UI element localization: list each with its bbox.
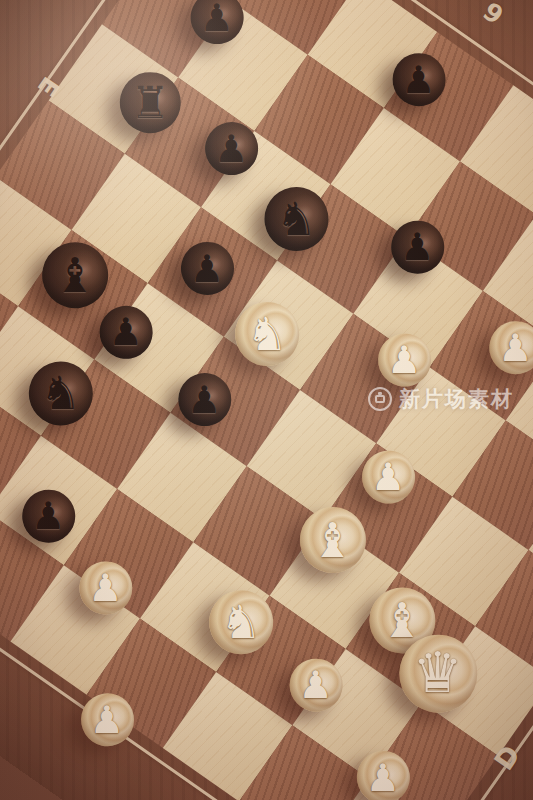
pawn-glyph: ♟ [91,701,125,739]
bishop-glyph: ♝ [381,596,424,644]
knight-glyph: ♞ [246,310,287,356]
pawn-glyph: ♟ [109,313,143,351]
pawn-glyph: ♟ [402,61,436,99]
pawn-glyph: ♟ [190,249,224,287]
rook-glyph: ♜ [131,81,170,125]
pawn-glyph: ♟ [388,341,422,379]
chess-photo: ♟♜♟♟♞♟♟♝♟♟♞♟♞♟♟♟♝♞♝♟♛♟♟♟ E 6 D 新片场素材 [0,0,533,800]
pawn-glyph: ♟ [299,666,333,704]
chess-board: ♟♜♟♟♞♟♟♝♟♟♞♟♞♟♟♟♝♞♝♟♛♟♟♟ [0,0,533,800]
pawn-glyph: ♟ [401,228,435,266]
knight-glyph: ♞ [220,599,261,645]
pawn-glyph: ♟ [366,758,400,796]
pawn-glyph: ♟ [499,329,533,367]
pawn-glyph: ♟ [215,130,249,168]
pawn-glyph: ♟ [200,0,234,37]
bishop-glyph: ♝ [311,515,354,563]
bishop-glyph: ♝ [53,251,96,299]
pawn-glyph: ♟ [32,497,66,535]
pawn-glyph: ♟ [89,569,123,607]
pawn-glyph: ♟ [188,381,222,419]
knight-glyph: ♞ [40,370,81,416]
knight-glyph: ♞ [276,195,317,241]
pawn-glyph: ♟ [372,458,406,496]
queen-glyph: ♛ [413,645,463,701]
